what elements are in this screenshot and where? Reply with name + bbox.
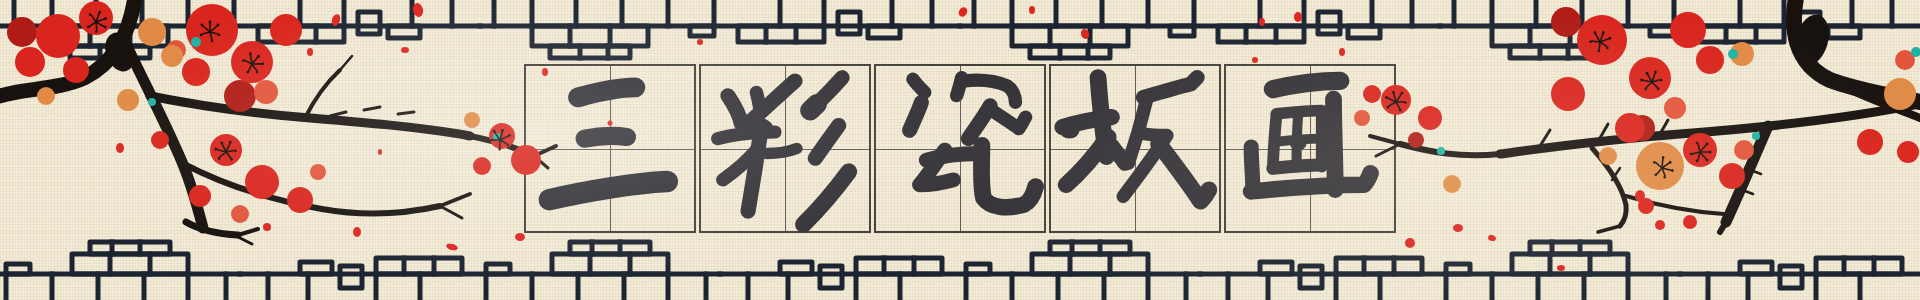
banner: 三彩瓷板画 [0, 0, 1920, 300]
plum-blossom-artwork [0, 0, 1920, 300]
paint-splatter [116, 2, 1665, 271]
plum-branch-left [0, 0, 556, 244]
